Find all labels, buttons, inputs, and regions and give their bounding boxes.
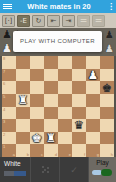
piece-white-rook-d2[interactable]: ♜	[46, 132, 56, 144]
square-h6[interactable]: ♚	[100, 81, 114, 94]
square-c2[interactable]: ♚	[30, 132, 44, 145]
rank-label-5: 5	[3, 94, 5, 99]
square-g4[interactable]	[86, 107, 100, 120]
progress-segment-right	[14, 171, 26, 176]
square-a1[interactable]: 1a	[2, 144, 16, 157]
prev-list-button[interactable]: =	[77, 15, 90, 27]
square-f3[interactable]: ♛	[72, 119, 86, 132]
square-d5[interactable]	[44, 94, 58, 107]
square-a2[interactable]: 2	[2, 132, 16, 145]
square-a4[interactable]: 4	[2, 107, 16, 120]
square-h1[interactable]: h	[100, 144, 114, 157]
restart-button[interactable]: ↻	[32, 15, 45, 27]
menu-icon[interactable]	[3, 4, 12, 9]
square-b2[interactable]	[16, 132, 30, 145]
rank-label-1: 1	[3, 144, 5, 149]
square-g8[interactable]	[86, 56, 100, 69]
square-d3[interactable]	[44, 119, 58, 132]
setup-position-button[interactable]: [·]	[2, 15, 15, 27]
square-a7[interactable]: 7	[2, 69, 16, 82]
square-b6[interactable]	[16, 81, 30, 94]
square-g7[interactable]: ♟	[86, 69, 100, 82]
bottom-bar: White ✓ Play	[0, 157, 116, 182]
square-e1[interactable]: e	[58, 144, 72, 157]
square-h2[interactable]	[100, 132, 114, 145]
square-c3[interactable]	[30, 119, 44, 132]
square-e7[interactable]	[58, 69, 72, 82]
rank-label-6: 6	[3, 81, 5, 86]
square-d8[interactable]	[44, 56, 58, 69]
square-c1[interactable]: c	[30, 144, 44, 157]
play-toggle[interactable]	[92, 169, 113, 176]
square-f2[interactable]	[72, 132, 86, 145]
square-a6[interactable]: 6	[2, 81, 16, 94]
turn-section: White	[0, 157, 30, 182]
square-f5[interactable]	[72, 94, 86, 107]
square-b3[interactable]	[16, 119, 30, 132]
square-c8[interactable]	[30, 56, 44, 69]
square-g5[interactable]	[86, 94, 100, 107]
square-d2[interactable]: ♜	[44, 132, 58, 145]
square-g3[interactable]	[86, 119, 100, 132]
square-h8[interactable]	[100, 56, 114, 69]
piece-white-pawn-g7[interactable]: ♟	[88, 69, 98, 81]
square-h5[interactable]	[100, 94, 114, 107]
board-area: 87♟6♚5♜43♛2♚♜1abcdefgh	[0, 56, 116, 157]
square-c4[interactable]	[30, 107, 44, 120]
square-e3[interactable]	[58, 119, 72, 132]
captured-black-pawn-icon: ♟	[105, 28, 114, 42]
square-h3[interactable]	[100, 119, 114, 132]
square-d1[interactable]: d	[44, 144, 58, 157]
square-d6[interactable]	[44, 81, 58, 94]
captured-black-pawn-icon: ♟	[2, 28, 12, 42]
square-f8[interactable]	[72, 56, 86, 69]
chess-board: 87♟6♚5♜43♛2♚♜1abcdefgh	[2, 56, 114, 157]
captured-white-pawn-icon: ♟	[105, 42, 114, 56]
square-b8[interactable]	[16, 56, 30, 69]
piece-black-king-h6[interactable]: ♚	[102, 82, 112, 94]
square-a5[interactable]: 5	[2, 94, 16, 107]
moves-button[interactable]	[30, 157, 59, 182]
back-to-start-button[interactable]: ⇤	[47, 15, 60, 27]
rank-label-4: 4	[3, 107, 5, 112]
square-h7[interactable]	[100, 69, 114, 82]
piece-white-rook-b5[interactable]: ♜	[18, 94, 28, 106]
square-e8[interactable]	[58, 56, 72, 69]
captured-white-pawn-icon: ♟	[2, 42, 12, 56]
rank-label-7: 7	[3, 69, 5, 74]
square-e5[interactable]	[58, 94, 72, 107]
square-c5[interactable]	[30, 94, 44, 107]
square-h4[interactable]	[100, 107, 114, 120]
play-with-computer-menu-item[interactable]: PLAY WITH COMPUTER	[13, 31, 102, 52]
more-options-icon[interactable]: ⋮	[106, 2, 116, 11]
square-f6[interactable]	[72, 81, 86, 94]
app-window: White mates in 20 ⋮ [·]-E↻⇤⇥== ♟♞ ♟♞ ♟♟ …	[0, 0, 116, 182]
square-c6[interactable]	[30, 81, 44, 94]
piece-white-king-c2[interactable]: ♚	[32, 132, 42, 144]
app-bar: White mates in 20 ⋮	[0, 0, 116, 13]
square-c7[interactable]	[30, 69, 44, 82]
square-a3[interactable]: 3	[2, 119, 16, 132]
step-forward-button[interactable]: ⇥	[62, 15, 75, 27]
square-b7[interactable]	[16, 69, 30, 82]
play-label: Play	[89, 159, 116, 167]
toggle-knob	[101, 169, 112, 176]
rank-label-3: 3	[3, 119, 5, 124]
toolbar: [·]-E↻⇤⇥==	[0, 13, 116, 28]
turn-label: White	[4, 160, 30, 168]
progress-bar	[4, 171, 26, 176]
square-e4[interactable]	[58, 107, 72, 120]
square-g1[interactable]: g	[86, 144, 100, 157]
square-d4[interactable]	[44, 107, 58, 120]
square-f7[interactable]	[72, 69, 86, 82]
checkmark-icon: ✓	[70, 165, 78, 175]
dots-icon	[42, 166, 49, 173]
progress-segment-left	[4, 171, 14, 176]
square-e6[interactable]	[58, 81, 72, 94]
check-solution-button[interactable]: ✓	[59, 157, 88, 182]
square-e2[interactable]	[58, 132, 72, 145]
engine-eval-button[interactable]: -E	[17, 15, 30, 27]
square-b1[interactable]: b	[16, 144, 30, 157]
play-section: Play	[88, 157, 116, 182]
square-f4[interactable]	[72, 107, 86, 120]
square-g2[interactable]	[86, 132, 100, 145]
next-list-button[interactable]: =	[92, 15, 105, 27]
piece-black-queen-f3[interactable]: ♛	[74, 119, 84, 131]
square-b5[interactable]: ♜	[16, 94, 30, 107]
square-f1[interactable]: f	[72, 144, 86, 157]
square-g6[interactable]	[86, 81, 100, 94]
page-title: White mates in 20	[12, 2, 106, 11]
rank-label-8: 8	[3, 56, 5, 61]
square-d7[interactable]	[44, 69, 58, 82]
rank-label-2: 2	[3, 132, 5, 137]
square-b4[interactable]	[16, 107, 30, 120]
captured-right-edge: ♟♟	[105, 28, 115, 56]
square-a8[interactable]: 8	[2, 56, 16, 69]
